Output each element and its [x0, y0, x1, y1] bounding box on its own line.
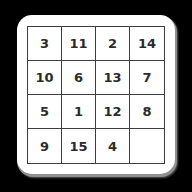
puzzle-tile-4[interactable]: 4: [96, 129, 130, 163]
puzzle-card: 311214106137511289154: [17, 15, 175, 174]
puzzle-tile-10[interactable]: 10: [28, 61, 62, 95]
puzzle-tile-14[interactable]: 14: [130, 27, 164, 61]
puzzle-tile-9[interactable]: 9: [28, 129, 62, 163]
fifteen-puzzle-grid: 311214106137511289154: [27, 26, 165, 164]
puzzle-tile-11[interactable]: 11: [62, 27, 96, 61]
puzzle-tile-6[interactable]: 6: [62, 61, 96, 95]
puzzle-tile-3[interactable]: 3: [28, 27, 62, 61]
puzzle-tile-7[interactable]: 7: [130, 61, 164, 95]
puzzle-tile-15[interactable]: 15: [62, 129, 96, 163]
puzzle-tile-1[interactable]: 1: [62, 95, 96, 129]
empty-cell: [130, 129, 164, 163]
puzzle-tile-8[interactable]: 8: [130, 95, 164, 129]
puzzle-tile-2[interactable]: 2: [96, 27, 130, 61]
puzzle-tile-12[interactable]: 12: [96, 95, 130, 129]
puzzle-tile-5[interactable]: 5: [28, 95, 62, 129]
screen-background: 311214106137511289154: [0, 0, 192, 192]
puzzle-tile-13[interactable]: 13: [96, 61, 130, 95]
